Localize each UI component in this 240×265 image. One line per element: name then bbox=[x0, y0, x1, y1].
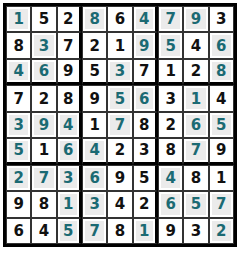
cell-r2c4[interactable]: 2 bbox=[82, 32, 107, 58]
cell-r4c7[interactable]: 3 bbox=[158, 85, 183, 111]
cell-r4c3[interactable]: 8 bbox=[57, 85, 82, 111]
cell-r6c9[interactable]: 9 bbox=[209, 138, 234, 164]
cell-r2c9[interactable]: 6 bbox=[209, 32, 234, 58]
cell-r5c9[interactable]: 5 bbox=[209, 112, 234, 138]
cell-r1c1[interactable]: 1 bbox=[6, 6, 31, 32]
cell-r8c8[interactable]: 5 bbox=[183, 191, 208, 217]
cell-r8c6[interactable]: 2 bbox=[133, 191, 158, 217]
cell-r5c7[interactable]: 2 bbox=[158, 112, 183, 138]
cell-r2c1[interactable]: 8 bbox=[6, 32, 31, 58]
cell-r1c5[interactable]: 6 bbox=[107, 6, 132, 32]
cell-r7c4[interactable]: 6 bbox=[82, 165, 107, 191]
cell-r8c9[interactable]: 7 bbox=[209, 191, 234, 217]
cell-r6c5[interactable]: 2 bbox=[107, 138, 132, 164]
cell-r5c5[interactable]: 7 bbox=[107, 112, 132, 138]
cell-r6c7[interactable]: 8 bbox=[158, 138, 183, 164]
cell-r6c1[interactable]: 5 bbox=[6, 138, 31, 164]
cell-r3c3[interactable]: 9 bbox=[57, 59, 82, 85]
cell-r3c5[interactable]: 3 bbox=[107, 59, 132, 85]
cell-r8c3[interactable]: 1 bbox=[57, 191, 82, 217]
cell-r4c6[interactable]: 6 bbox=[133, 85, 158, 111]
cell-r2c2[interactable]: 3 bbox=[31, 32, 56, 58]
cell-r6c6[interactable]: 3 bbox=[133, 138, 158, 164]
cell-r4c9[interactable]: 4 bbox=[209, 85, 234, 111]
cell-r5c8[interactable]: 6 bbox=[183, 112, 208, 138]
cell-r3c8[interactable]: 2 bbox=[183, 59, 208, 85]
cell-r7c7[interactable]: 4 bbox=[158, 165, 183, 191]
cell-r8c2[interactable]: 8 bbox=[31, 191, 56, 217]
cell-r4c8[interactable]: 1 bbox=[183, 85, 208, 111]
cell-r9c6[interactable]: 1 bbox=[133, 218, 158, 244]
cell-r8c7[interactable]: 6 bbox=[158, 191, 183, 217]
cell-r1c8[interactable]: 9 bbox=[183, 6, 208, 32]
cell-r9c2[interactable]: 4 bbox=[31, 218, 56, 244]
cell-r6c3[interactable]: 6 bbox=[57, 138, 82, 164]
cell-r5c6[interactable]: 8 bbox=[133, 112, 158, 138]
cell-r2c3[interactable]: 7 bbox=[57, 32, 82, 58]
cell-r9c8[interactable]: 3 bbox=[183, 218, 208, 244]
cell-r3c6[interactable]: 7 bbox=[133, 59, 158, 85]
cell-r3c9[interactable]: 8 bbox=[209, 59, 234, 85]
cell-r8c4[interactable]: 3 bbox=[82, 191, 107, 217]
cell-r4c5[interactable]: 5 bbox=[107, 85, 132, 111]
cell-r6c2[interactable]: 1 bbox=[31, 138, 56, 164]
cell-r3c7[interactable]: 1 bbox=[158, 59, 183, 85]
cell-r7c2[interactable]: 7 bbox=[31, 165, 56, 191]
cell-r3c2[interactable]: 6 bbox=[31, 59, 56, 85]
cell-r7c1[interactable]: 2 bbox=[6, 165, 31, 191]
cell-r3c1[interactable]: 4 bbox=[6, 59, 31, 85]
cell-r1c2[interactable]: 5 bbox=[31, 6, 56, 32]
cell-r7c3[interactable]: 3 bbox=[57, 165, 82, 191]
cell-r6c8[interactable]: 7 bbox=[183, 138, 208, 164]
cell-r2c6[interactable]: 9 bbox=[133, 32, 158, 58]
cell-r1c4[interactable]: 8 bbox=[82, 6, 107, 32]
cell-r8c5[interactable]: 4 bbox=[107, 191, 132, 217]
cell-r8c1[interactable]: 9 bbox=[6, 191, 31, 217]
cell-r9c3[interactable]: 5 bbox=[57, 218, 82, 244]
cell-r7c5[interactable]: 9 bbox=[107, 165, 132, 191]
cell-r4c2[interactable]: 2 bbox=[31, 85, 56, 111]
cell-r3c4[interactable]: 5 bbox=[82, 59, 107, 85]
cell-r5c1[interactable]: 3 bbox=[6, 112, 31, 138]
cell-r5c4[interactable]: 1 bbox=[82, 112, 107, 138]
cell-r7c9[interactable]: 1 bbox=[209, 165, 234, 191]
cell-r1c3[interactable]: 2 bbox=[57, 6, 82, 32]
cell-r5c3[interactable]: 4 bbox=[57, 112, 82, 138]
cell-r9c5[interactable]: 8 bbox=[107, 218, 132, 244]
cell-r9c4[interactable]: 7 bbox=[82, 218, 107, 244]
cell-r1c7[interactable]: 7 bbox=[158, 6, 183, 32]
cell-r2c7[interactable]: 5 bbox=[158, 32, 183, 58]
cell-r9c9[interactable]: 2 bbox=[209, 218, 234, 244]
cell-r7c6[interactable]: 5 bbox=[133, 165, 158, 191]
cell-r9c7[interactable]: 9 bbox=[158, 218, 183, 244]
cell-r1c6[interactable]: 4 bbox=[133, 6, 158, 32]
sudoku-board: 1528647938372195464695371287289563143941… bbox=[3, 3, 237, 247]
cell-r4c1[interactable]: 7 bbox=[6, 85, 31, 111]
cell-r1c9[interactable]: 3 bbox=[209, 6, 234, 32]
cell-r2c8[interactable]: 4 bbox=[183, 32, 208, 58]
cell-r9c1[interactable]: 6 bbox=[6, 218, 31, 244]
cell-r4c4[interactable]: 9 bbox=[82, 85, 107, 111]
cell-r7c8[interactable]: 8 bbox=[183, 165, 208, 191]
cell-r5c2[interactable]: 9 bbox=[31, 112, 56, 138]
cell-r2c5[interactable]: 1 bbox=[107, 32, 132, 58]
cell-r6c4[interactable]: 4 bbox=[82, 138, 107, 164]
